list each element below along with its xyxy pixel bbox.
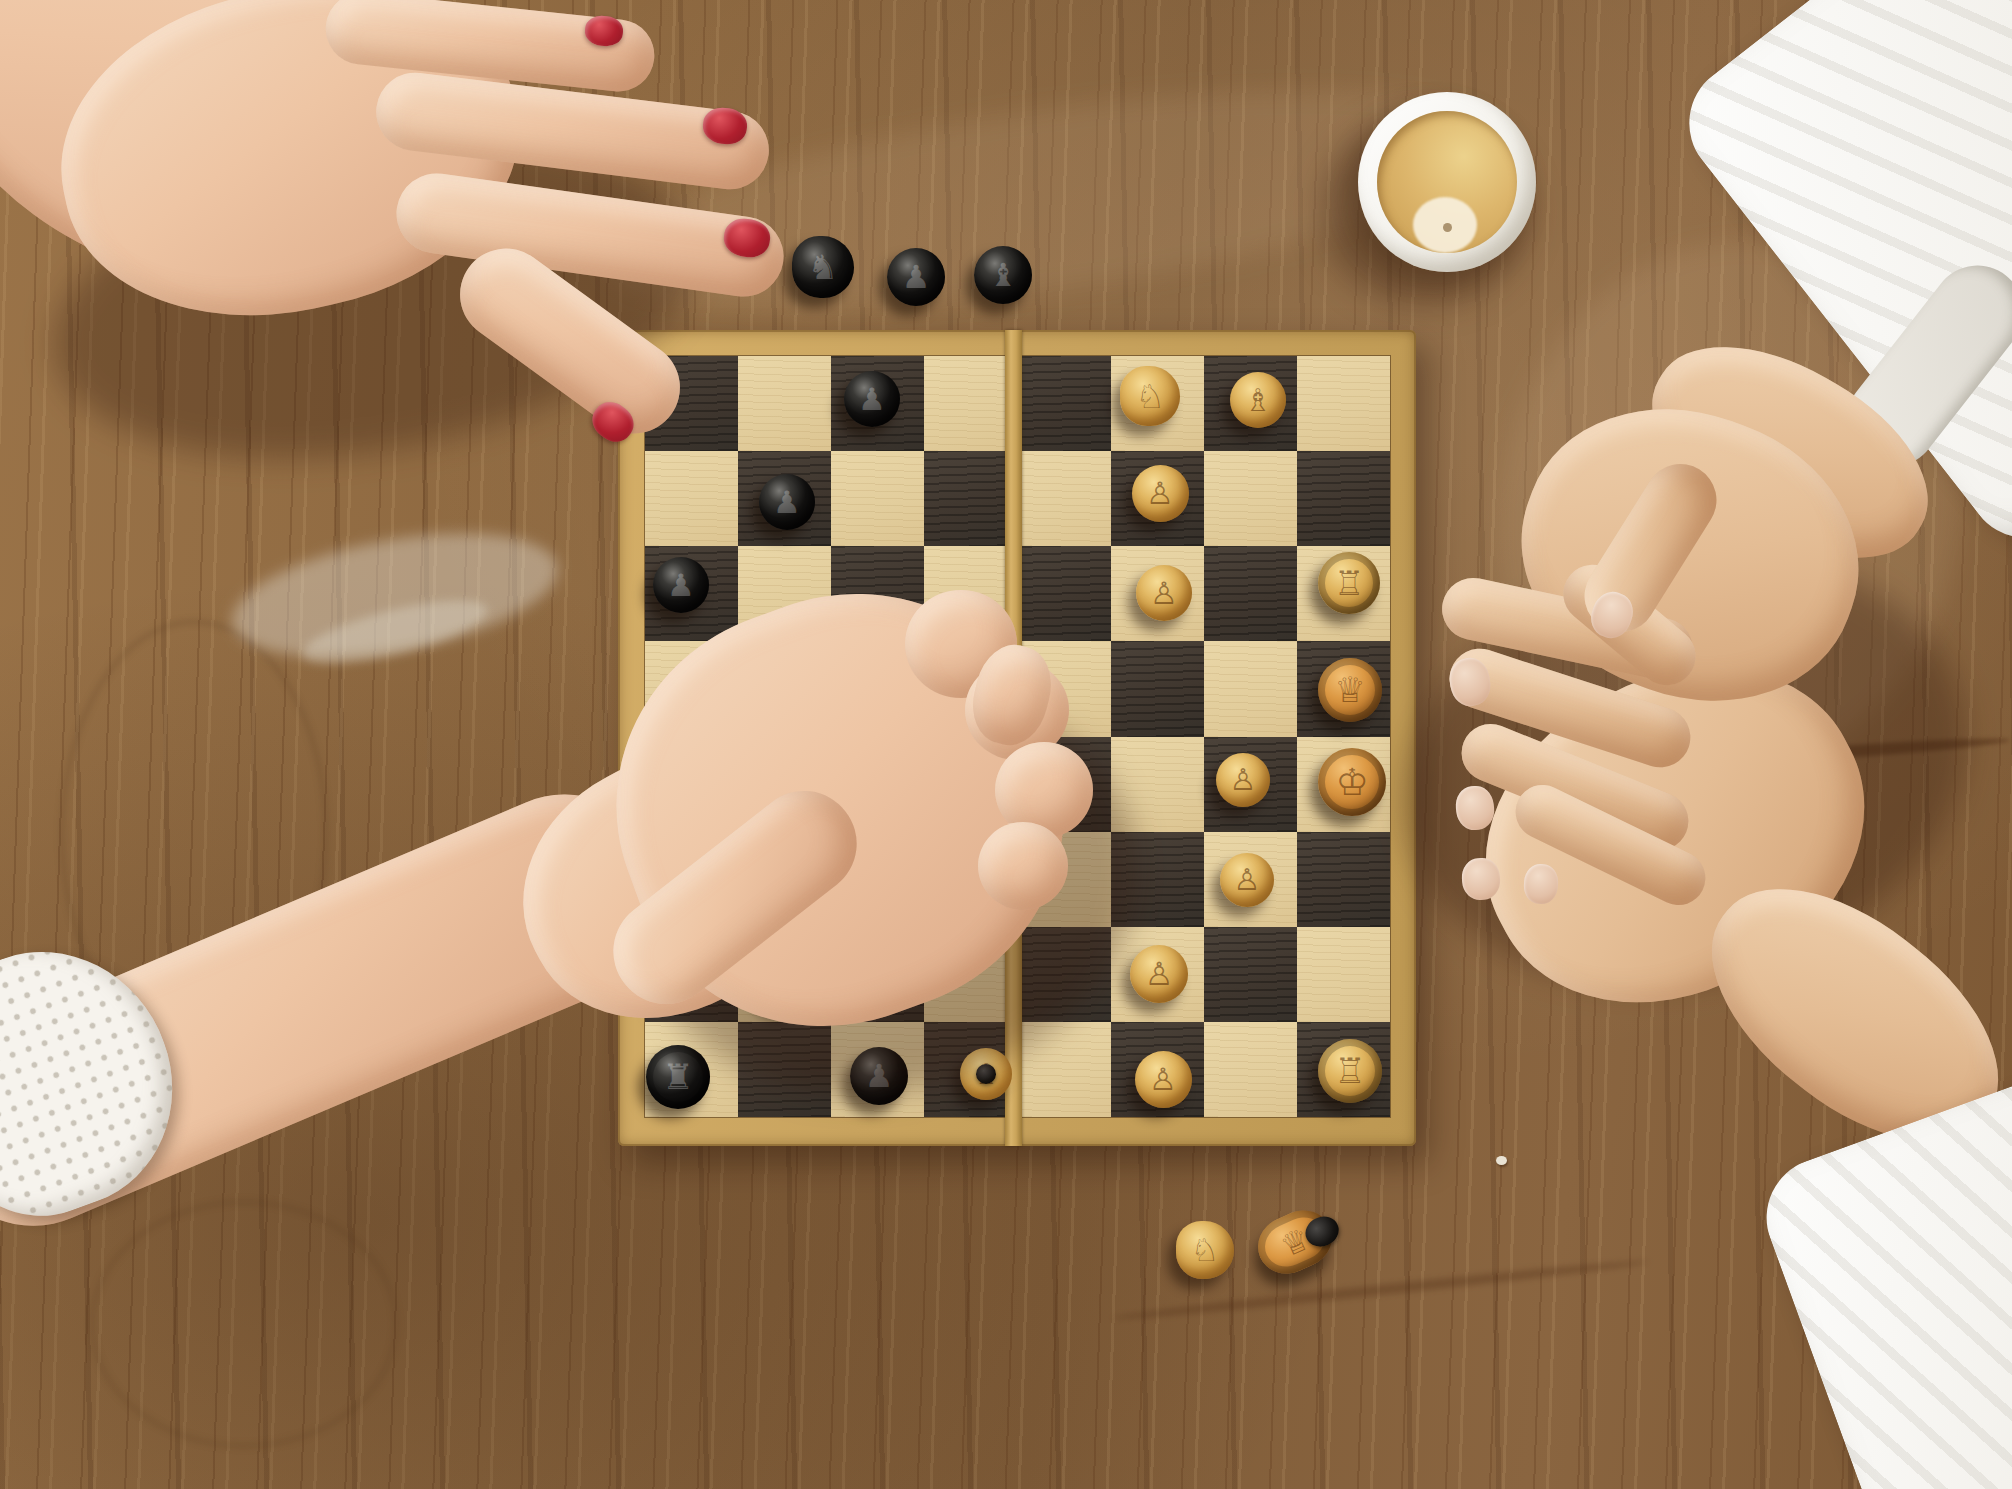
square-f2[interactable] <box>1204 546 1297 641</box>
piece-natural-rook[interactable]: ♖ <box>1318 1039 1382 1103</box>
square-g5[interactable] <box>924 451 1017 546</box>
espresso-cup <box>1358 92 1536 272</box>
piece-natural-rook[interactable]: ♖ <box>1318 552 1380 614</box>
piece-natural-pawn[interactable]: ♙ <box>1216 753 1270 807</box>
captured-natural-knight[interactable]: ♘ <box>1176 1221 1234 1279</box>
captured-black-bishop[interactable]: ♝ <box>974 246 1032 304</box>
square-b2[interactable] <box>1204 927 1297 1022</box>
square-e3[interactable] <box>1111 641 1204 736</box>
square-g6[interactable] <box>831 451 924 546</box>
crumb <box>1496 1156 1507 1165</box>
square-h7[interactable] <box>738 356 831 451</box>
coffee-surface <box>1377 111 1517 253</box>
piece-natural-queen[interactable]: ♕ <box>1318 658 1382 722</box>
square-g1[interactable] <box>1297 451 1390 546</box>
wood-knot-swirl <box>90 1200 398 1448</box>
square-h4[interactable] <box>1018 356 1111 451</box>
coffee-bubble <box>1443 223 1452 232</box>
piece-black-rook[interactable]: ♜ <box>646 1045 710 1109</box>
square-c1[interactable] <box>1297 832 1390 927</box>
square-g4[interactable] <box>1018 451 1111 546</box>
square-e2[interactable] <box>1204 641 1297 736</box>
piece-natural-pawn[interactable]: ♙ <box>1220 853 1274 907</box>
square-f4[interactable] <box>1018 546 1111 641</box>
tabletop-scene: ♟♟♟♟♛♚♞♝♟♜♟♗♙♘♗♙♙♖♕♙♔♙♙♙♖♞♟♝♘♕ <box>0 0 2012 1489</box>
square-a2[interactable] <box>1204 1022 1297 1117</box>
square-g8[interactable] <box>645 451 738 546</box>
piece-black-pawn[interactable]: ♟ <box>759 474 815 530</box>
piece-natural-bishop[interactable]: ♗ <box>1230 372 1286 428</box>
piece-natural-pawn[interactable]: ♙ <box>1130 945 1188 1003</box>
piece-natural-pawn[interactable]: ♙ <box>1136 565 1192 621</box>
square-b1[interactable] <box>1297 927 1390 1022</box>
piece-black-pawn[interactable]: ♟ <box>844 371 900 427</box>
piece-black-pawn[interactable]: ♟ <box>653 557 709 613</box>
square-h1[interactable] <box>1297 356 1390 451</box>
captured-natural-queen[interactable]: ♕ <box>1249 1201 1341 1283</box>
piece-natural-pawn[interactable]: ♙ <box>1135 1051 1192 1108</box>
piece-natural-knight[interactable]: ♘ <box>1120 366 1180 426</box>
captured-black-pawn[interactable]: ♟ <box>887 248 945 306</box>
piece-natural-pawn[interactable]: ♙ <box>1132 465 1189 522</box>
captured-black-knight[interactable]: ♞ <box>792 236 854 298</box>
knuckle <box>978 822 1068 910</box>
piece-finial <box>1301 1211 1343 1251</box>
square-g2[interactable] <box>1204 451 1297 546</box>
square-h5[interactable] <box>924 356 1017 451</box>
piece-natural-king[interactable]: ♔ <box>1318 748 1386 816</box>
